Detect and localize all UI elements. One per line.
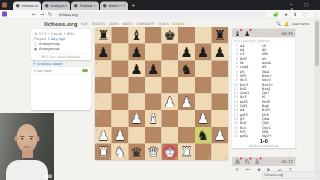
black-player-bar: ♝♟04:35 [232,29,296,38]
white-move[interactable]: gxf4 [240,134,262,138]
square-b1[interactable]: ♞b [112,143,129,160]
sidebar-extension-icon[interactable] [2,12,7,17]
file-label: a [109,156,111,160]
white-pawn-e4[interactable]: ♟ [162,94,179,111]
first-move-icon[interactable]: ⏮ [246,167,250,173]
move-list-panel[interactable]: B12 Caro-Kann Defense 1e4c62d4d63c3Nf64B… [232,38,296,149]
webcam-overlay [0,113,54,180]
square-a8[interactable]: ♜8 [95,27,112,44]
square-b7[interactable] [112,44,129,61]
square-c1[interactable]: ♛c [128,143,145,160]
reload-icon[interactable]: ↻ [48,12,52,18]
square-a5[interactable]: 5 [95,77,112,94]
square-g3[interactable]: ♟ [195,110,212,127]
browser-tab[interactable]: Puzzles • lichess.org [71,2,99,11]
square-d7[interactable] [145,44,162,61]
captured-piece-icon: ♟ [244,30,250,37]
square-f2[interactable] [178,127,195,144]
extension-icons[interactable]: 🧩 ★ ⬇ ◌ [273,12,309,17]
rank-label: 2 [96,127,98,131]
square-a3[interactable]: 3 [95,110,112,127]
square-e2[interactable] [162,127,179,144]
square-g4[interactable] [195,94,212,111]
rank-label: 4 [96,94,98,98]
white-pawn-f4[interactable]: ♟ [178,94,195,111]
capture-count-badge [250,29,252,31]
white-player-bar: ♙♘♗02:17 [232,157,296,166]
square-h5[interactable] [211,77,228,94]
rank-label: 1 [96,144,98,148]
rank-label: 3 [96,111,98,115]
square-e3[interactable] [162,110,179,127]
square-f3[interactable] [178,110,195,127]
user-menu[interactable]: username [292,22,310,26]
captured-piece-icon: ♝ [235,30,241,37]
white-pawn-h2[interactable]: ♟ [211,127,228,144]
square-c3[interactable]: ♟ [128,110,145,127]
black-pawn-c6[interactable]: ♟ [128,60,145,77]
captured-piece-icon: ♙ [235,158,241,165]
square-g7[interactable]: ♟ [195,44,212,61]
site-nav: PLAYPUZZLESLEARNWATCHCOMMUNITYTOOLSDONAT… [81,22,185,26]
square-g6[interactable] [195,60,212,77]
square-e5[interactable] [162,77,179,94]
site-logo[interactable]: lichess.org [44,21,78,28]
square-f7[interactable]: ♟ [178,44,195,61]
person-brow-left [20,136,25,137]
person-mouth [24,147,30,148]
white-pawn-c3[interactable]: ♟ [128,110,145,127]
white-pawn-g3[interactable]: ♟ [195,110,212,127]
tab-favicon [74,4,78,8]
square-h3[interactable] [211,110,228,127]
square-b4[interactable] [112,94,129,111]
black-bishop-c8[interactable]: ♝ [128,27,145,44]
white-piece-bullet: ○ [34,42,37,46]
square-a7[interactable]: ♟7 [95,44,112,61]
square-c4[interactable] [128,94,145,111]
rank-label: 6 [96,61,98,65]
square-c2[interactable] [128,127,145,144]
black-player-row: ● Anonymous [31,46,91,51]
opening-name: B12 Caro-Kann Defense [31,54,91,59]
nav-item-learn[interactable]: LEARN [109,22,119,26]
black-move[interactable]: Ng2+ [262,134,272,138]
square-d4[interactable] [145,94,162,111]
move-row: 22gxf4Ng2+ [232,134,296,138]
tab-favicon [16,4,20,8]
black-rook-h8[interactable]: ♜ [211,27,228,44]
black-pawn-d6[interactable]: ♟ [145,60,162,77]
square-b3[interactable] [112,110,129,127]
person-eye-left [21,138,24,139]
black-pawn-f7[interactable]: ♟ [178,44,195,61]
person-brow-right [29,136,34,137]
player-clock: 02:17 [281,159,293,164]
square-h4[interactable] [211,94,228,111]
capture-count-badge [240,157,242,159]
tab-favicon [45,4,49,8]
player-clock: 04:35 [281,31,293,36]
capture-count-badge [250,157,252,159]
game-timestamp[interactable]: 1 day ago [48,37,65,41]
tab-title: Watch • lichess.org [109,4,126,8]
file-label: e [175,156,177,160]
nav-item-puzzles[interactable]: PUZZLES [92,22,106,26]
chat-toggle[interactable] [82,69,88,72]
nav-item-community[interactable]: COMMUNITY [136,22,155,26]
webcam-watermark [44,175,52,179]
square-f1[interactable]: ♜f [178,143,195,160]
white-player-name[interactable]: Anonymous [39,42,60,46]
flip-board-icon[interactable]: ⟲ [235,167,239,173]
black-king-e8[interactable]: ♚ [162,27,179,44]
square-g1[interactable]: g [195,143,212,160]
square-h6[interactable] [211,60,228,77]
tab-title: lichess.org • Free Online Chess [22,4,39,8]
forward-icon[interactable]: → [40,12,44,18]
person-ear-left [15,136,19,142]
square-b8[interactable] [112,27,129,44]
file-label: b [125,156,127,160]
square-e1[interactable]: ♚e [162,143,179,160]
square-h1[interactable]: h [211,143,228,160]
square-d1[interactable]: ♛d [145,143,162,160]
tab-title: Puzzles • lichess.org [80,4,97,8]
rank-label: 8 [96,28,98,32]
capture-count-badge [240,29,242,31]
nav-item-play[interactable]: PLAY [81,22,88,26]
person-shirt [6,160,48,180]
captured-piece-icon: ♗ [254,158,260,165]
prev-move-icon[interactable]: ◀ [257,167,260,173]
status-url: lichess.org [265,173,284,177]
square-h8[interactable]: ♜ [211,27,228,44]
person-eye-right [30,138,33,139]
square-c8[interactable]: ♝ [128,27,145,44]
square-a6[interactable]: 6 [95,60,112,77]
square-f6[interactable]: ♞ [178,60,195,77]
browser-tab[interactable]: Watch • lichess.org [100,2,128,11]
square-d5[interactable] [145,77,162,94]
square-f4[interactable]: ♟ [178,94,195,111]
square-e4[interactable]: ♟ [162,94,179,111]
browser-logo-icon[interactable] [2,3,7,8]
result-caption: White is victorious [232,144,296,148]
tab-favicon [103,4,107,8]
square-d2[interactable] [145,127,162,144]
analysis-board-link[interactable]: ⎘ Analysis board [33,62,63,66]
square-a1[interactable]: ♜1a [95,143,112,160]
captured-piece-icon: ♘ [244,158,250,165]
square-h7[interactable]: ♟ [211,44,228,61]
search-icon[interactable]: 🔍 [276,21,281,26]
file-label: c [142,156,144,160]
square-f5[interactable] [178,77,195,94]
white-bishop-d3[interactable]: ♝ [145,110,162,127]
square-a4[interactable]: 4 [95,94,112,111]
white-pawn-b2[interactable]: ♟ [112,127,129,144]
game-info-card: ◔ 5+3 • Casual • Blitz Played 1 day ago … [31,29,91,60]
capture-count-badge [259,157,261,159]
move-list: 1e4c62d4d63c3Nf64Bd3e55f4exd46cxd4d57e5N… [232,44,296,139]
desktop: lichess.org • Free Online ChessAnalysis … [0,0,320,180]
browser-tab[interactable]: Analysis board • lichess.org [42,2,70,11]
browser-status-bar: lichess.org [262,171,318,179]
nav-item-watch[interactable]: WATCH [122,22,133,26]
square-h2[interactable]: ♟ [211,127,228,144]
nav-item-donate[interactable]: DONATE [172,22,184,26]
file-label: f [193,156,194,160]
square-d6[interactable]: ♟ [145,60,162,77]
bell-icon[interactable]: 🔔 [284,21,289,26]
square-b5[interactable] [112,77,129,94]
url-text: lichess.org [59,13,78,17]
square-b6[interactable] [112,60,129,77]
square-e6[interactable] [162,60,179,77]
rank-label: 7 [96,44,98,48]
square-d8[interactable] [145,27,162,44]
chat-title: Chat room [34,69,52,73]
rank-label: 5 [96,77,98,81]
square-d3[interactable]: ♝ [145,110,162,127]
game-meta: 5+3 • Casual • Blitz [39,32,74,36]
chess-board[interactable]: ♜8♝♚♜♟7♟♟♟♟6♟♟♞54♟♟3♟♝♟♟2♟♞♟♜1a♞b♛c♛d♚e♜… [95,27,228,160]
black-player-name[interactable]: Anonymous [39,47,60,51]
square-e8[interactable]: ♚ [162,27,179,44]
black-pawn-h7[interactable]: ♟ [211,44,228,61]
square-c7[interactable]: ♟ [128,44,145,61]
square-g5[interactable] [195,77,212,94]
address-bar[interactable]: lichess.org [56,12,266,18]
black-knight-f6[interactable]: ♞ [178,60,195,77]
tab-title: Analysis board • lichess.org [51,4,68,8]
black-piece-bullet: ● [34,47,37,51]
square-c5[interactable] [128,77,145,94]
browser-menu-icon[interactable]: ⋮ [314,12,319,17]
move-number: 22 [232,134,240,138]
file-label: h [225,156,227,160]
square-b2[interactable]: ♟ [112,127,129,144]
black-pawn-g7[interactable]: ♟ [195,44,212,61]
person-ear-right [36,136,40,142]
back-icon[interactable]: ← [32,12,36,18]
square-f8[interactable] [178,27,195,44]
black-pawn-c7[interactable]: ♟ [128,44,145,61]
scrollbar-thumb[interactable] [315,21,319,66]
square-c6[interactable]: ♟ [128,60,145,77]
file-label: g [208,156,210,160]
clock-icon: ◔ [34,32,37,36]
square-g2[interactable]: ♞ [195,127,212,144]
person-head [17,124,38,152]
black-knight-g2[interactable]: ♞ [195,127,212,144]
new-tab-button[interactable]: + [131,2,136,9]
square-g8[interactable] [195,27,212,44]
browser-tab[interactable]: lichess.org • Free Online Chess [13,2,41,11]
square-e7[interactable] [162,44,179,61]
nav-item-tools[interactable]: TOOLS [158,22,168,26]
file-label: d [159,156,161,160]
played-label: Played [34,37,46,41]
square-a2[interactable]: ♟2 [95,127,112,144]
chat-card: Chat room [31,67,91,110]
